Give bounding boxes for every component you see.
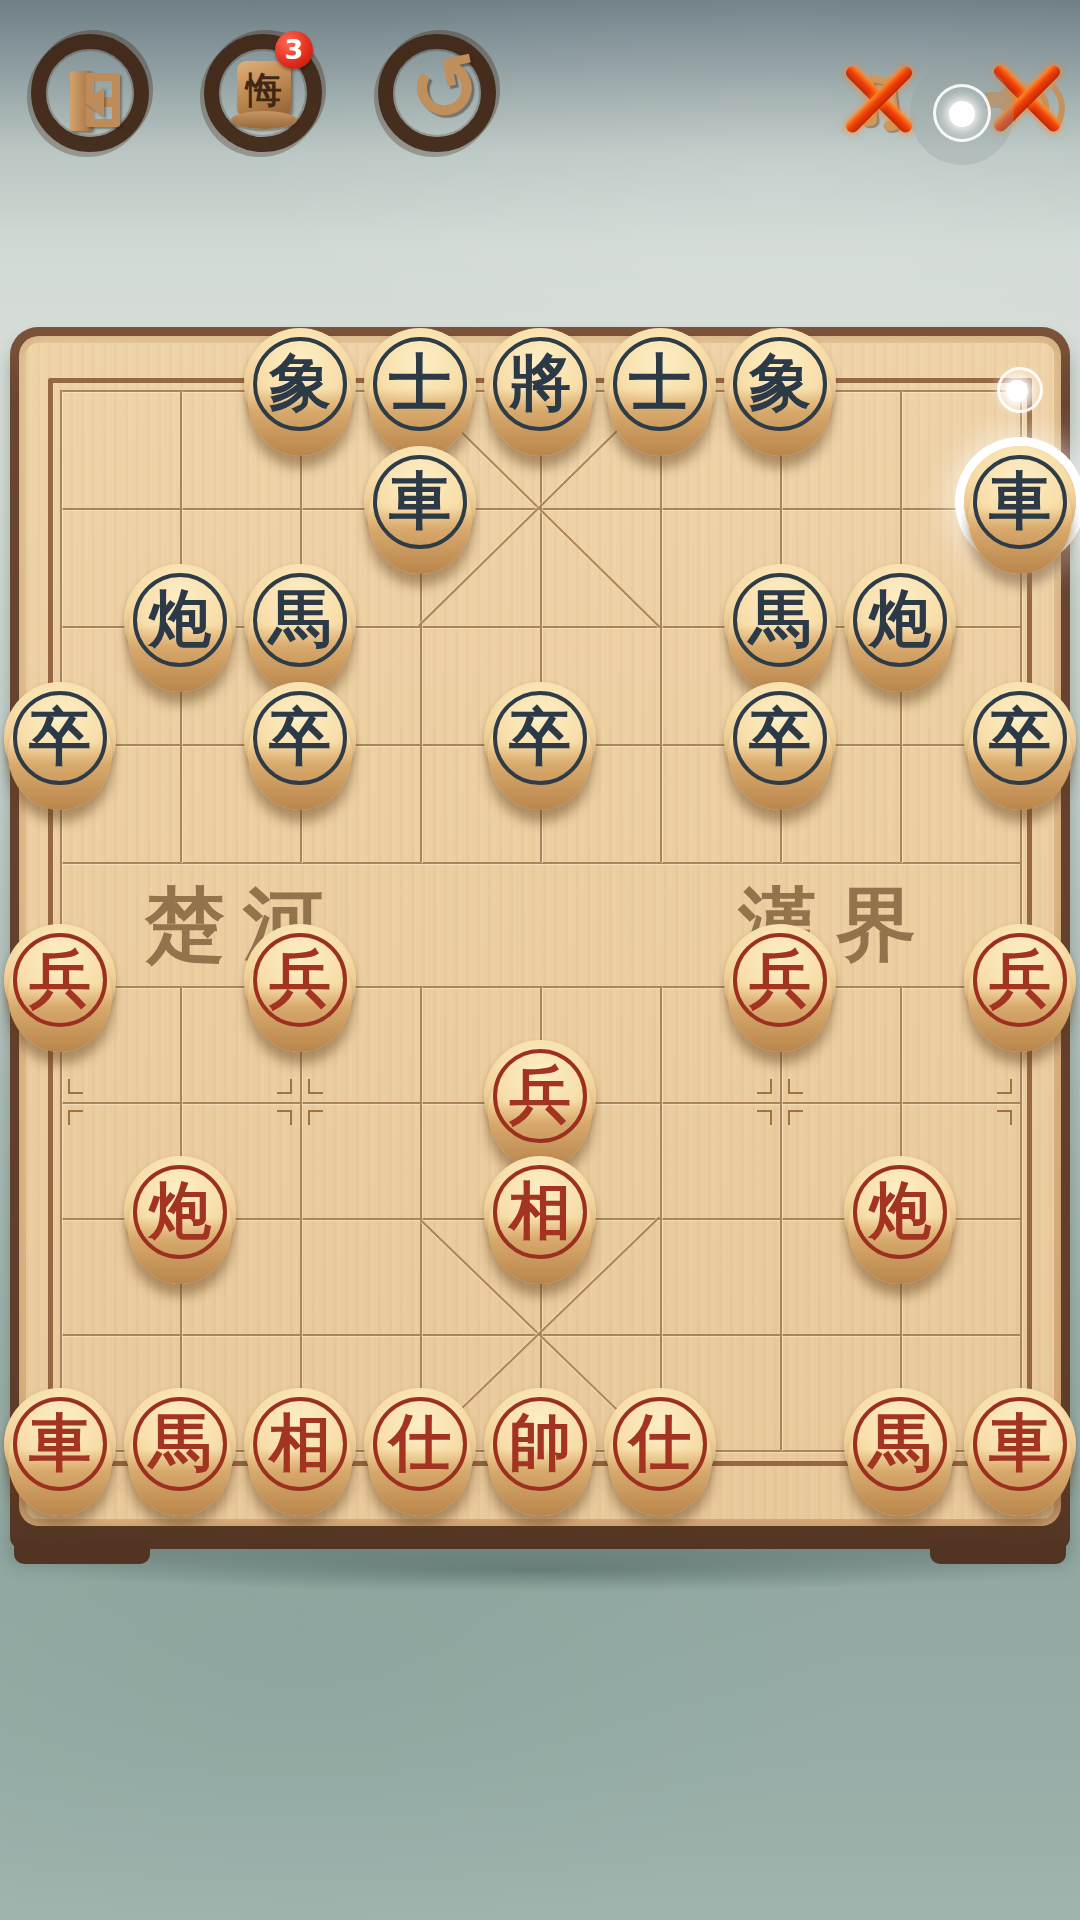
piece-black-advisor[interactable]: 士 [364, 328, 476, 440]
piece-black-soldier[interactable]: 卒 [484, 682, 596, 794]
piece-red-chariot[interactable]: 車 [4, 1388, 116, 1500]
exit-button[interactable] [31, 34, 149, 152]
piece-glyph: 馬 [844, 1388, 956, 1500]
piece-glyph: 仕 [604, 1388, 716, 1500]
piece-red-chariot[interactable]: 車 [964, 1388, 1076, 1500]
piece-black-general[interactable]: 將 [484, 328, 596, 440]
piece-black-cannon[interactable]: 炮 [844, 564, 956, 676]
piece-glyph: 象 [244, 328, 356, 440]
piece-glyph: 士 [604, 328, 716, 440]
undo-count-badge: 3 [275, 31, 313, 69]
piece-glyph: 卒 [484, 682, 596, 794]
piece-red-elephant[interactable]: 相 [244, 1388, 356, 1500]
piece-glyph: 馬 [724, 564, 836, 676]
piece-black-chariot[interactable]: 車 [964, 446, 1076, 558]
piece-red-soldier[interactable]: 兵 [484, 1040, 596, 1152]
piece-glyph: 兵 [964, 924, 1076, 1036]
piece-glyph: 仕 [364, 1388, 476, 1500]
piece-red-soldier[interactable]: 兵 [244, 924, 356, 1036]
music-mute-button[interactable]: ♫ [833, 55, 923, 145]
undo-button[interactable]: 悔 3 [204, 34, 322, 152]
piece-glyph: 炮 [124, 564, 236, 676]
piece-glyph: 卒 [244, 682, 356, 794]
piece-glyph: 相 [484, 1156, 596, 1268]
piece-black-soldier[interactable]: 卒 [964, 682, 1076, 794]
piece-red-general[interactable]: 帥 [484, 1388, 596, 1500]
piece-black-horse[interactable]: 馬 [724, 564, 836, 676]
piece-glyph: 車 [964, 1388, 1076, 1500]
piece-glyph: 炮 [124, 1156, 236, 1268]
piece-black-chariot[interactable]: 車 [364, 446, 476, 558]
piece-glyph: 兵 [244, 924, 356, 1036]
piece-glyph: 兵 [4, 924, 116, 1036]
music-muted-cross-icon [835, 55, 923, 143]
piece-red-advisor[interactable]: 仕 [604, 1388, 716, 1500]
piece-black-soldier[interactable]: 卒 [244, 682, 356, 794]
board-drop-shadow [28, 1548, 1052, 1592]
piece-glyph: 車 [4, 1388, 116, 1500]
board-foot-right [930, 1542, 1066, 1564]
piece-glyph: 車 [364, 446, 476, 558]
piece-glyph: 兵 [724, 924, 836, 1036]
piece-black-soldier[interactable]: 卒 [724, 682, 836, 794]
piece-glyph: 卒 [724, 682, 836, 794]
piece-glyph: 卒 [4, 682, 116, 794]
piece-black-elephant[interactable]: 象 [244, 328, 356, 440]
piece-red-advisor[interactable]: 仕 [364, 1388, 476, 1500]
piece-glyph: 兵 [484, 1040, 596, 1152]
piece-red-soldier[interactable]: 兵 [4, 924, 116, 1036]
last-move-origin-marker [997, 367, 1043, 413]
piece-red-horse[interactable]: 馬 [844, 1388, 956, 1500]
piece-black-cannon[interactable]: 炮 [124, 564, 236, 676]
piece-glyph: 馬 [244, 564, 356, 676]
piece-red-cannon[interactable]: 炮 [844, 1156, 956, 1268]
piece-black-horse[interactable]: 馬 [244, 564, 356, 676]
piece-glyph: 相 [244, 1388, 356, 1500]
piece-glyph: 帥 [484, 1388, 596, 1500]
piece-red-elephant[interactable]: 相 [484, 1156, 596, 1268]
piece-glyph: 炮 [844, 564, 956, 676]
board-foot-left [14, 1542, 150, 1564]
piece-glyph: 馬 [124, 1388, 236, 1500]
piece-red-horse[interactable]: 馬 [124, 1388, 236, 1500]
restart-icon: ↺ [393, 33, 497, 137]
touch-indicator-dot [949, 101, 975, 127]
piece-glyph: 卒 [964, 682, 1076, 794]
piece-red-soldier[interactable]: 兵 [724, 924, 836, 1036]
restart-button[interactable]: ↺ [378, 34, 496, 152]
piece-black-elephant[interactable]: 象 [724, 328, 836, 440]
piece-glyph: 炮 [844, 1156, 956, 1268]
piece-red-cannon[interactable]: 炮 [124, 1156, 236, 1268]
piece-black-soldier[interactable]: 卒 [4, 682, 116, 794]
piece-glyph: 象 [724, 328, 836, 440]
piece-black-advisor[interactable]: 士 [604, 328, 716, 440]
game-screen: 悔 3 ↺ ♫ 楚河 漢界 象士將士象車車炮馬馬炮卒卒卒卒卒兵兵兵兵兵炮相炮車馬… [0, 0, 1080, 1920]
piece-red-soldier[interactable]: 兵 [964, 924, 1076, 1036]
piece-glyph: 將 [484, 328, 596, 440]
piece-glyph: 士 [364, 328, 476, 440]
piece-glyph: 車 [964, 446, 1076, 558]
